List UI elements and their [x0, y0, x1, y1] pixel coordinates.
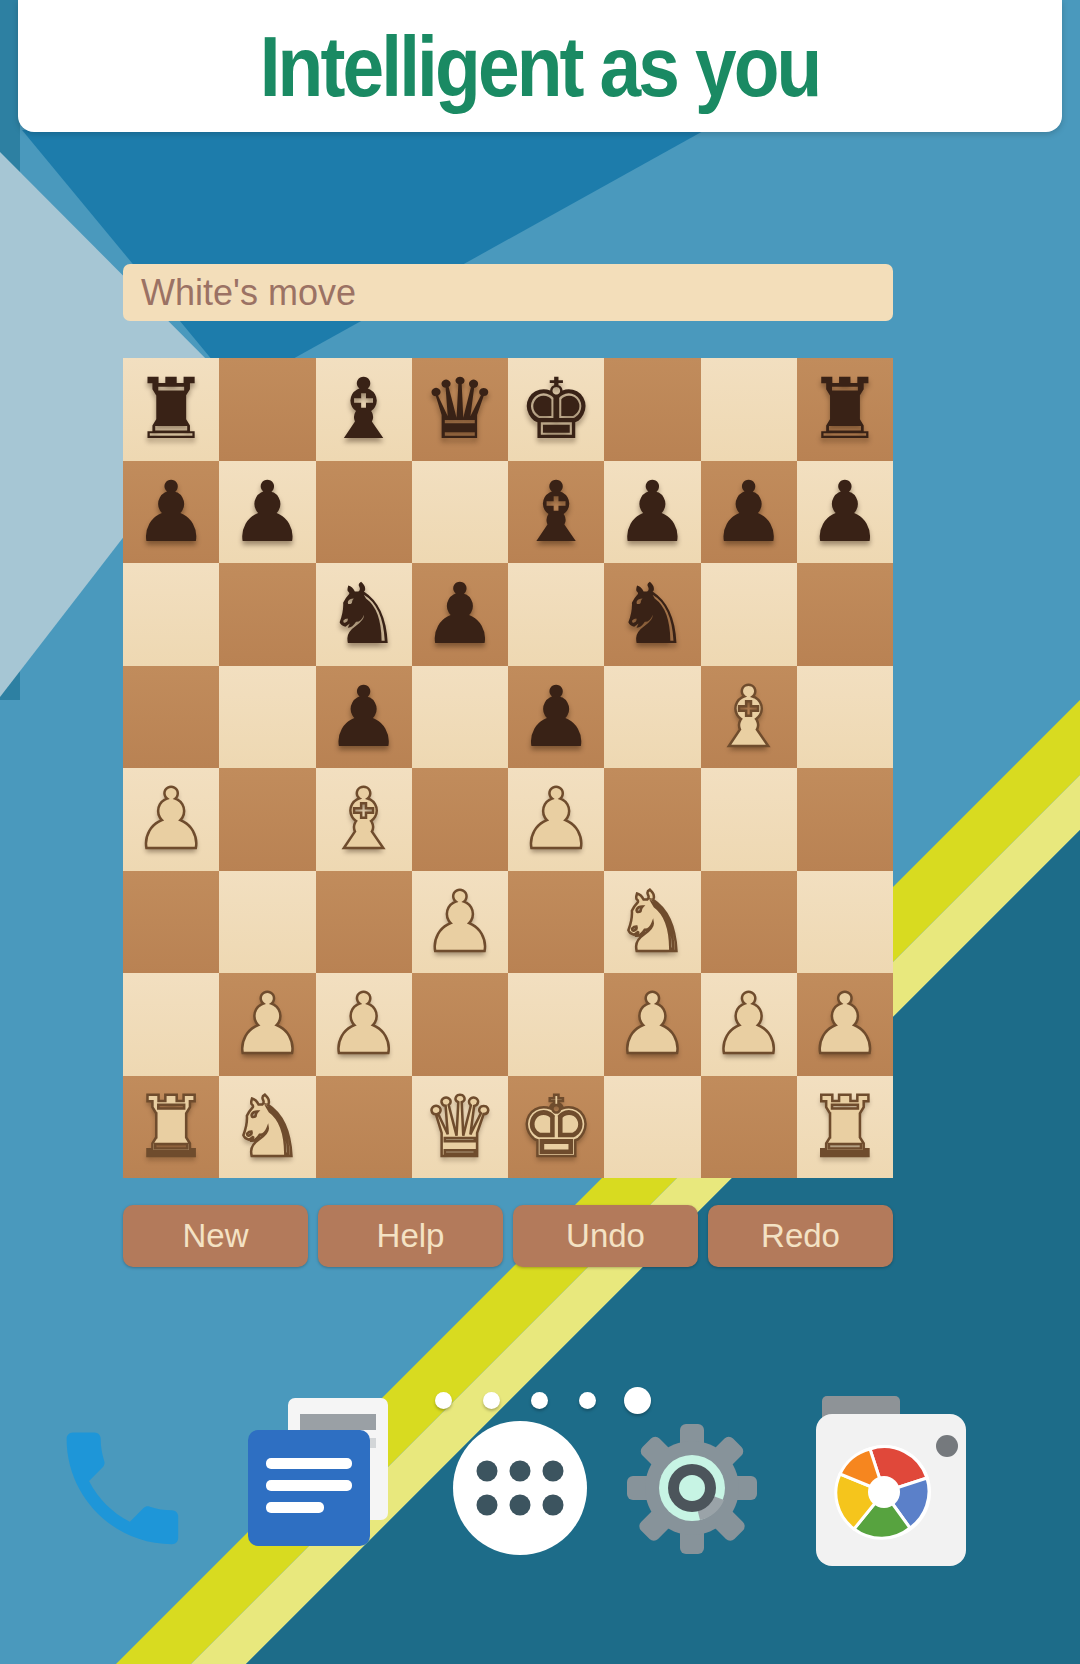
banner-title: Intelligent as you — [260, 16, 820, 116]
square-f7[interactable]: ♟ — [604, 461, 700, 564]
piece-wP: ♟ — [711, 982, 786, 1066]
square-b6[interactable] — [219, 563, 315, 666]
square-f5[interactable] — [604, 666, 700, 769]
piece-wR: ♜ — [133, 1085, 208, 1169]
square-f4[interactable] — [604, 768, 700, 871]
square-b2[interactable]: ♟ — [219, 973, 315, 1076]
square-e4[interactable]: ♟ — [508, 768, 604, 871]
piece-wP: ♟ — [615, 982, 690, 1066]
square-g4[interactable] — [701, 768, 797, 871]
square-g5[interactable]: ♝ — [701, 666, 797, 769]
piece-bN: ♞ — [326, 572, 401, 656]
square-e6[interactable] — [508, 563, 604, 666]
square-d2[interactable] — [412, 973, 508, 1076]
square-h6[interactable] — [797, 563, 893, 666]
new-button[interactable]: New — [123, 1205, 308, 1267]
messages-icon[interactable] — [248, 1398, 388, 1546]
square-c4[interactable]: ♝ — [316, 768, 412, 871]
square-g3[interactable] — [701, 871, 797, 974]
piece-bB: ♝ — [326, 367, 401, 451]
piece-bP: ♟ — [422, 572, 497, 656]
square-f1[interactable] — [604, 1076, 700, 1179]
redo-button[interactable]: Redo — [708, 1205, 893, 1267]
square-c3[interactable] — [316, 871, 412, 974]
piece-bP: ♟ — [230, 470, 305, 554]
square-b1[interactable]: ♞ — [219, 1076, 315, 1179]
square-g7[interactable]: ♟ — [701, 461, 797, 564]
piece-bK: ♚ — [518, 367, 593, 451]
square-c8[interactable]: ♝ — [316, 358, 412, 461]
square-e8[interactable]: ♚ — [508, 358, 604, 461]
chess-board[interactable]: ♜♝♛♚♜♟♟♝♟♟♟♞♟♞♟♟♝♟♝♟♟♞♟♟♟♟♟♜♞♛♚♜ — [123, 358, 893, 1178]
piece-wP: ♟ — [230, 982, 305, 1066]
square-g2[interactable]: ♟ — [701, 973, 797, 1076]
square-f2[interactable]: ♟ — [604, 973, 700, 1076]
dock — [0, 1380, 1080, 1664]
help-button[interactable]: Help — [318, 1205, 503, 1267]
piece-bP: ♟ — [326, 675, 401, 759]
square-c2[interactable]: ♟ — [316, 973, 412, 1076]
turn-indicator: White's move — [123, 264, 893, 321]
piece-wP: ♟ — [422, 880, 497, 964]
piece-bQ: ♛ — [422, 367, 497, 451]
square-a4[interactable]: ♟ — [123, 768, 219, 871]
square-b3[interactable] — [219, 871, 315, 974]
square-a6[interactable] — [123, 563, 219, 666]
piece-wK: ♚ — [518, 1085, 593, 1169]
square-a2[interactable] — [123, 973, 219, 1076]
square-b7[interactable]: ♟ — [219, 461, 315, 564]
square-h4[interactable] — [797, 768, 893, 871]
piece-wN: ♞ — [230, 1085, 305, 1169]
piece-bP: ♟ — [518, 675, 593, 759]
square-h7[interactable]: ♟ — [797, 461, 893, 564]
square-e2[interactable] — [508, 973, 604, 1076]
square-d7[interactable] — [412, 461, 508, 564]
phone-icon[interactable] — [67, 1433, 179, 1545]
undo-button[interactable]: Undo — [513, 1205, 698, 1267]
square-d5[interactable] — [412, 666, 508, 769]
square-d6[interactable]: ♟ — [412, 563, 508, 666]
piece-wN: ♞ — [615, 880, 690, 964]
square-b5[interactable] — [219, 666, 315, 769]
square-e5[interactable]: ♟ — [508, 666, 604, 769]
square-c6[interactable]: ♞ — [316, 563, 412, 666]
square-b8[interactable] — [219, 358, 315, 461]
button-bar: New Help Undo Redo — [123, 1205, 893, 1267]
square-d3[interactable]: ♟ — [412, 871, 508, 974]
square-h1[interactable]: ♜ — [797, 1076, 893, 1179]
square-h3[interactable] — [797, 871, 893, 974]
square-h8[interactable]: ♜ — [797, 358, 893, 461]
square-d1[interactable]: ♛ — [412, 1076, 508, 1179]
square-b4[interactable] — [219, 768, 315, 871]
square-a7[interactable]: ♟ — [123, 461, 219, 564]
camera-icon[interactable] — [816, 1396, 966, 1566]
square-f3[interactable]: ♞ — [604, 871, 700, 974]
square-a8[interactable]: ♜ — [123, 358, 219, 461]
square-a3[interactable] — [123, 871, 219, 974]
square-g8[interactable] — [701, 358, 797, 461]
square-e3[interactable] — [508, 871, 604, 974]
piece-bP: ♟ — [711, 470, 786, 554]
square-e1[interactable]: ♚ — [508, 1076, 604, 1179]
piece-bR: ♜ — [807, 367, 882, 451]
piece-wR: ♜ — [807, 1085, 882, 1169]
piece-bB: ♝ — [518, 470, 593, 554]
piece-bN: ♞ — [615, 572, 690, 656]
home-screen: Intelligent as you White's move ♜♝♛♚♜♟♟♝… — [0, 0, 1080, 1664]
square-c1[interactable] — [316, 1076, 412, 1179]
piece-wB: ♝ — [326, 777, 401, 861]
turn-indicator-text: White's move — [141, 272, 356, 314]
piece-wP: ♟ — [133, 777, 208, 861]
square-d4[interactable] — [412, 768, 508, 871]
piece-wB: ♝ — [711, 675, 786, 759]
square-h2[interactable]: ♟ — [797, 973, 893, 1076]
square-a1[interactable]: ♜ — [123, 1076, 219, 1179]
piece-wQ: ♛ — [422, 1085, 497, 1169]
piece-wP: ♟ — [807, 982, 882, 1066]
square-g6[interactable] — [701, 563, 797, 666]
piece-wP: ♟ — [518, 777, 593, 861]
piece-bP: ♟ — [615, 470, 690, 554]
settings-icon[interactable] — [627, 1424, 757, 1554]
square-c5[interactable]: ♟ — [316, 666, 412, 769]
square-d8[interactable]: ♛ — [412, 358, 508, 461]
square-e7[interactable]: ♝ — [508, 461, 604, 564]
square-g1[interactable] — [701, 1076, 797, 1179]
app-banner: Intelligent as you — [18, 0, 1062, 132]
piece-wP: ♟ — [326, 982, 401, 1066]
square-a5[interactable] — [123, 666, 219, 769]
square-f8[interactable] — [604, 358, 700, 461]
piece-bP: ♟ — [133, 470, 208, 554]
piece-bP: ♟ — [807, 470, 882, 554]
app-drawer-icon[interactable] — [453, 1421, 587, 1555]
piece-bR: ♜ — [133, 367, 208, 451]
square-f6[interactable]: ♞ — [604, 563, 700, 666]
square-h5[interactable] — [797, 666, 893, 769]
square-c7[interactable] — [316, 461, 412, 564]
